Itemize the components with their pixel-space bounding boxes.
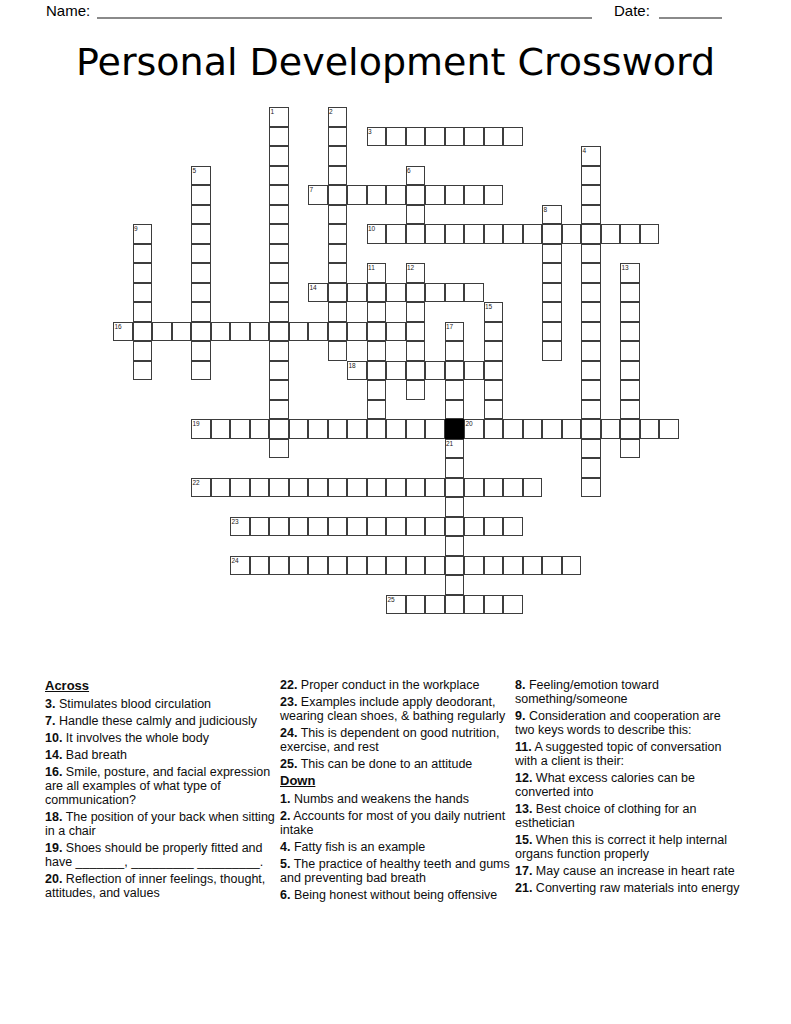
- clue-down-13: 13. Best choice of clothing for an esthe…: [515, 802, 743, 830]
- grid-cell[interactable]: [269, 478, 289, 498]
- clue-down-6: 6. Being honest without being offensive: [280, 888, 513, 902]
- grid-cell[interactable]: [523, 419, 543, 439]
- grid-cell[interactable]: [620, 400, 640, 420]
- grid-cell[interactable]: [367, 185, 387, 205]
- grid-cell[interactable]: [269, 205, 289, 225]
- grid-cell[interactable]: [191, 283, 211, 303]
- grid-cell[interactable]: [503, 556, 523, 576]
- cell-number-23: 23: [232, 518, 239, 525]
- grid-cell[interactable]: [445, 575, 465, 595]
- grid-cell[interactable]: [191, 341, 211, 361]
- grid-cell[interactable]: [211, 419, 231, 439]
- grid-cell[interactable]: [250, 517, 270, 537]
- grid-cell[interactable]: [542, 263, 562, 283]
- grid-cell[interactable]: [542, 224, 562, 244]
- grid-cell[interactable]: [328, 419, 348, 439]
- grid-cell[interactable]: [367, 302, 387, 322]
- grid-cell[interactable]: [269, 400, 289, 420]
- clue-across-22: 22. Proper conduct in the workplace: [280, 678, 513, 692]
- name-label: Name:: [46, 2, 90, 19]
- grid-cell[interactable]: [347, 283, 367, 303]
- grid-cell[interactable]: [445, 185, 465, 205]
- grid-cell[interactable]: [269, 283, 289, 303]
- grid-cell[interactable]: [562, 556, 582, 576]
- grid-cell[interactable]: [581, 419, 601, 439]
- grid-cell[interactable]: [347, 185, 367, 205]
- grid-cell[interactable]: [269, 439, 289, 459]
- grid-cell[interactable]: [484, 400, 504, 420]
- grid-cell[interactable]: [464, 361, 484, 381]
- grid-cell[interactable]: [445, 595, 465, 615]
- black-cell: [445, 419, 465, 439]
- grid-cell[interactable]: [445, 224, 465, 244]
- date-blank-line: [659, 0, 722, 19]
- grid-cell[interactable]: [620, 283, 640, 303]
- cell-number-15: 15: [485, 303, 492, 310]
- grid-cell[interactable]: [367, 400, 387, 420]
- grid-cell[interactable]: [230, 419, 250, 439]
- grid-cell[interactable]: [425, 127, 445, 147]
- grid-cell[interactable]: [464, 224, 484, 244]
- grid-cell[interactable]: [133, 263, 153, 283]
- grid-cell[interactable]: [620, 224, 640, 244]
- grid-cell[interactable]: [425, 595, 445, 615]
- grid-cell[interactable]: [542, 322, 562, 342]
- clue-down-2: 2. Accounts for most of you daily nutrie…: [280, 809, 513, 837]
- grid-cell[interactable]: [191, 205, 211, 225]
- grid-cell[interactable]: [328, 166, 348, 186]
- grid-cell[interactable]: [425, 283, 445, 303]
- grid-cell[interactable]: [620, 322, 640, 342]
- clue-down-9: 9. Consideration and cooperation are two…: [515, 709, 743, 737]
- cell-number-1: 1: [271, 108, 275, 115]
- grid-cell[interactable]: [328, 127, 348, 147]
- grid-cell[interactable]: [347, 556, 367, 576]
- grid-cell[interactable]: [328, 283, 348, 303]
- grid-cell[interactable]: [406, 341, 426, 361]
- grid-cell[interactable]: [133, 341, 153, 361]
- grid-cell[interactable]: [464, 478, 484, 498]
- grid-cell[interactable]: [581, 341, 601, 361]
- grid-cell[interactable]: [406, 361, 426, 381]
- grid-cell[interactable]: [367, 341, 387, 361]
- grid-cell[interactable]: [191, 263, 211, 283]
- grid-cell[interactable]: [503, 478, 523, 498]
- grid-cell[interactable]: [406, 283, 426, 303]
- grid-cell[interactable]: [484, 322, 504, 342]
- grid-cell[interactable]: [464, 517, 484, 537]
- grid-cell[interactable]: [308, 556, 328, 576]
- grid-cell[interactable]: [386, 419, 406, 439]
- grid-cell[interactable]: [562, 224, 582, 244]
- grid-cell[interactable]: [269, 302, 289, 322]
- grid-cell[interactable]: [191, 224, 211, 244]
- clue-column-1: Across3. Stimulates blood circulation7. …: [45, 678, 278, 903]
- grid-cell[interactable]: [464, 185, 484, 205]
- grid-cell[interactable]: [445, 458, 465, 478]
- grid-cell[interactable]: [445, 380, 465, 400]
- grid-cell[interactable]: [328, 322, 348, 342]
- grid-cell[interactable]: [269, 556, 289, 576]
- grid-cell[interactable]: [328, 517, 348, 537]
- grid-cell[interactable]: [406, 478, 426, 498]
- cell-number-20: 20: [466, 420, 473, 427]
- grid-cell[interactable]: [406, 322, 426, 342]
- cell-number-2: 2: [329, 108, 333, 115]
- grid-cell[interactable]: [289, 517, 309, 537]
- grid-cell[interactable]: [328, 302, 348, 322]
- cell-number-19: 19: [193, 420, 200, 427]
- grid-cell[interactable]: [581, 263, 601, 283]
- worksheet-page: { "header": { "name_label": "Name:", "da…: [0, 0, 791, 1024]
- grid-cell[interactable]: [269, 263, 289, 283]
- clue-across-3: 3. Stimulates blood circulation: [45, 697, 278, 711]
- grid-cell[interactable]: [308, 517, 328, 537]
- grid-cell[interactable]: [328, 224, 348, 244]
- grid-cell[interactable]: [328, 205, 348, 225]
- grid-cell[interactable]: [308, 322, 328, 342]
- grid-cell[interactable]: [445, 536, 465, 556]
- grid-cell[interactable]: [542, 556, 562, 576]
- clue-across-24: 24. This is dependent on good nutrition,…: [280, 726, 513, 754]
- grid-cell[interactable]: [172, 322, 192, 342]
- grid-cell[interactable]: [328, 556, 348, 576]
- grid-cell[interactable]: [269, 419, 289, 439]
- grid-cell[interactable]: [191, 361, 211, 381]
- cell-number-25: 25: [388, 596, 395, 603]
- grid-cell[interactable]: [367, 478, 387, 498]
- date-label: Date:: [614, 2, 650, 19]
- cell-number-10: 10: [368, 225, 375, 232]
- grid-cell[interactable]: [230, 478, 250, 498]
- grid-cell[interactable]: [191, 185, 211, 205]
- grid-cell[interactable]: [386, 556, 406, 576]
- cell-number-24: 24: [232, 557, 239, 564]
- down-heading: Down: [280, 774, 513, 788]
- grid-cell[interactable]: [503, 224, 523, 244]
- grid-cell[interactable]: [328, 263, 348, 283]
- grid-cell[interactable]: [445, 517, 465, 537]
- grid-cell[interactable]: [328, 185, 348, 205]
- cell-number-7: 7: [310, 186, 314, 193]
- grid-cell[interactable]: [484, 517, 504, 537]
- grid-cell[interactable]: [581, 458, 601, 478]
- grid-cell[interactable]: [406, 127, 426, 147]
- cell-number-22: 22: [193, 479, 200, 486]
- name-blank-line: [97, 0, 592, 19]
- grid-cell[interactable]: [386, 224, 406, 244]
- clue-across-10: 10. It involves the whole body: [45, 731, 278, 745]
- grid-cell[interactable]: [367, 556, 387, 576]
- grid-cell[interactable]: [250, 556, 270, 576]
- clue-down-12: 12. What excess calories can be converte…: [515, 771, 743, 799]
- grid-cell[interactable]: [484, 419, 504, 439]
- grid-cell[interactable]: [581, 302, 601, 322]
- grid-cell[interactable]: [269, 146, 289, 166]
- clue-down-15: 15. When this is correct it help interna…: [515, 833, 743, 861]
- cell-number-13: 13: [622, 264, 629, 271]
- grid-cell[interactable]: [620, 302, 640, 322]
- grid-cell[interactable]: [386, 361, 406, 381]
- grid-cell[interactable]: [347, 517, 367, 537]
- grid-cell[interactable]: [328, 341, 348, 361]
- grid-cell[interactable]: [367, 283, 387, 303]
- clue-column-2: 22. Proper conduct in the workplace23. E…: [280, 678, 513, 905]
- grid-cell[interactable]: [211, 478, 231, 498]
- grid-cell[interactable]: [406, 205, 426, 225]
- clue-down-5: 5. The practice of healthy teeth and gum…: [280, 857, 513, 885]
- grid-cell[interactable]: [464, 595, 484, 615]
- grid-cell[interactable]: [581, 322, 601, 342]
- clue-across-18: 18. The position of your back when sitti…: [45, 810, 278, 838]
- grid-cell[interactable]: [620, 361, 640, 381]
- cell-number-6: 6: [407, 167, 411, 174]
- grid-cell[interactable]: [503, 517, 523, 537]
- cell-number-11: 11: [368, 264, 375, 271]
- grid-cell[interactable]: [269, 380, 289, 400]
- grid-cell[interactable]: [269, 244, 289, 264]
- clue-across-7: 7. Handle these calmly and judiciously: [45, 714, 278, 728]
- grid-cell[interactable]: [328, 146, 348, 166]
- clue-across-14: 14. Bad breath: [45, 748, 278, 762]
- clue-down-4: 4. Fatty fish is an example: [280, 840, 513, 854]
- grid-cell[interactable]: [406, 224, 426, 244]
- grid-cell[interactable]: [425, 556, 445, 576]
- grid-cell[interactable]: [191, 244, 211, 264]
- grid-cell[interactable]: [386, 127, 406, 147]
- grid-cell[interactable]: [211, 322, 231, 342]
- clue-column-3: 8. Feeling/emotion toward something/some…: [515, 678, 743, 898]
- grid-cell[interactable]: [503, 419, 523, 439]
- grid-cell[interactable]: [445, 361, 465, 381]
- grid-cell[interactable]: [367, 517, 387, 537]
- grid-cell[interactable]: [581, 205, 601, 225]
- grid-cell[interactable]: [445, 400, 465, 420]
- cell-number-14: 14: [310, 284, 317, 291]
- grid-cell[interactable]: [581, 185, 601, 205]
- grid-cell[interactable]: [230, 322, 250, 342]
- grid-cell[interactable]: [133, 283, 153, 303]
- cell-number-21: 21: [446, 440, 453, 447]
- grid-cell[interactable]: [425, 419, 445, 439]
- grid-cell[interactable]: [425, 517, 445, 537]
- grid-cell[interactable]: [581, 478, 601, 498]
- clue-across-16: 16. Smile, posture, and facial expressio…: [45, 765, 278, 807]
- grid-cell[interactable]: [601, 224, 621, 244]
- grid-cell[interactable]: [464, 556, 484, 576]
- grid-cell[interactable]: [406, 517, 426, 537]
- cell-number-9: 9: [134, 225, 138, 232]
- across-heading: Across: [45, 679, 278, 693]
- grid-cell[interactable]: [659, 419, 679, 439]
- grid-cell[interactable]: [640, 224, 660, 244]
- grid-cell[interactable]: [269, 322, 289, 342]
- grid-cell[interactable]: [640, 419, 660, 439]
- cell-number-16: 16: [115, 323, 122, 330]
- grid-cell[interactable]: [542, 283, 562, 303]
- grid-cell[interactable]: [581, 224, 601, 244]
- clue-across-19: 19. Shoes should be properly fitted and …: [45, 841, 278, 869]
- grid-cell[interactable]: [269, 341, 289, 361]
- grid-cell[interactable]: [386, 478, 406, 498]
- grid-cell[interactable]: [445, 478, 465, 498]
- grid-cell[interactable]: [581, 400, 601, 420]
- grid-cell[interactable]: [484, 380, 504, 400]
- grid-cell[interactable]: [328, 478, 348, 498]
- grid-cell[interactable]: [484, 224, 504, 244]
- grid-cell[interactable]: [425, 361, 445, 381]
- grid-cell[interactable]: [406, 302, 426, 322]
- cell-number-18: 18: [349, 362, 356, 369]
- grid-cell[interactable]: [269, 517, 289, 537]
- grid-cell[interactable]: [289, 478, 309, 498]
- grid-cell[interactable]: [133, 361, 153, 381]
- grid-cell[interactable]: [542, 419, 562, 439]
- grid-cell[interactable]: [191, 302, 211, 322]
- grid-cell[interactable]: [425, 185, 445, 205]
- clue-down-11: 11. A suggested topic of conversation wi…: [515, 740, 743, 768]
- grid-cell[interactable]: [581, 166, 601, 186]
- grid-cell[interactable]: [406, 419, 426, 439]
- grid-cell[interactable]: [406, 595, 426, 615]
- grid-cell[interactable]: [328, 244, 348, 264]
- grid-cell[interactable]: [445, 497, 465, 517]
- grid-cell[interactable]: [523, 224, 543, 244]
- grid-cell[interactable]: [523, 556, 543, 576]
- grid-cell[interactable]: [484, 127, 504, 147]
- grid-cell[interactable]: [347, 478, 367, 498]
- grid-cell[interactable]: [133, 302, 153, 322]
- grid-cell[interactable]: [367, 322, 387, 342]
- grid-cell[interactable]: [406, 556, 426, 576]
- page-title: Personal Development Crossword: [0, 40, 791, 84]
- grid-cell[interactable]: [269, 127, 289, 147]
- clue-down-8: 8. Feeling/emotion toward something/some…: [515, 678, 743, 706]
- grid-cell[interactable]: [133, 244, 153, 264]
- grid-cell[interactable]: [503, 127, 523, 147]
- grid-cell[interactable]: [484, 595, 504, 615]
- grid-cell[interactable]: [542, 341, 562, 361]
- grid-cell[interactable]: [308, 478, 328, 498]
- grid-cell[interactable]: [191, 322, 211, 342]
- grid-cell[interactable]: [347, 419, 367, 439]
- grid-cell[interactable]: [347, 322, 367, 342]
- grid-cell[interactable]: [620, 341, 640, 361]
- clue-across-20: 20. Reflection of inner feelings, though…: [45, 872, 278, 900]
- grid-cell[interactable]: [386, 517, 406, 537]
- grid-cell[interactable]: [542, 244, 562, 264]
- grid-cell[interactable]: [133, 322, 153, 342]
- grid-cell[interactable]: [620, 380, 640, 400]
- grid-cell[interactable]: [386, 185, 406, 205]
- grid-cell[interactable]: [581, 283, 601, 303]
- clue-down-17: 17. May cause an increase in heart rate: [515, 864, 743, 878]
- grid-cell[interactable]: [425, 478, 445, 498]
- grid-cell[interactable]: [581, 380, 601, 400]
- clue-down-1: 1. Numbs and weakens the hands: [280, 792, 513, 806]
- cell-number-8: 8: [544, 206, 548, 213]
- grid-cell[interactable]: [269, 361, 289, 381]
- grid-cell[interactable]: [445, 341, 465, 361]
- grid-cell[interactable]: [484, 478, 504, 498]
- grid-cell[interactable]: [289, 419, 309, 439]
- grid-cell[interactable]: [289, 322, 309, 342]
- grid-cell[interactable]: [581, 439, 601, 459]
- clue-across-23: 23. Examples include apply deodorant, we…: [280, 695, 513, 723]
- grid-cell[interactable]: [386, 322, 406, 342]
- grid-cell[interactable]: [484, 361, 504, 381]
- grid-cell[interactable]: [542, 302, 562, 322]
- grid-cell[interactable]: [484, 556, 504, 576]
- clue-across-25: 25. This can be done to an attitude: [280, 757, 513, 771]
- grid-cell[interactable]: [425, 224, 445, 244]
- grid-cell[interactable]: [620, 439, 640, 459]
- grid-cell[interactable]: [562, 419, 582, 439]
- crossword-grid: 1234567891011121314151617181920212223242…: [113, 107, 679, 615]
- grid-cell[interactable]: [269, 224, 289, 244]
- grid-cell[interactable]: [581, 244, 601, 264]
- grid-cell[interactable]: [308, 419, 328, 439]
- grid-cell[interactable]: [269, 166, 289, 186]
- grid-cell[interactable]: [386, 283, 406, 303]
- grid-cell[interactable]: [250, 478, 270, 498]
- grid-cell[interactable]: [289, 556, 309, 576]
- grid-cell[interactable]: [445, 127, 465, 147]
- grid-cell[interactable]: [250, 322, 270, 342]
- grid-cell[interactable]: [152, 322, 172, 342]
- grid-cell[interactable]: [581, 361, 601, 381]
- grid-cell[interactable]: [601, 419, 621, 439]
- cell-number-3: 3: [368, 128, 372, 135]
- cell-number-17: 17: [446, 323, 453, 330]
- cell-number-4: 4: [583, 147, 587, 154]
- grid-cell[interactable]: [445, 556, 465, 576]
- grid-cell[interactable]: [620, 419, 640, 439]
- grid-cell[interactable]: [445, 283, 465, 303]
- cell-number-5: 5: [193, 167, 197, 174]
- grid-cell[interactable]: [269, 185, 289, 205]
- grid-cell[interactable]: [523, 478, 543, 498]
- grid-cell[interactable]: [464, 127, 484, 147]
- grid-cell[interactable]: [367, 361, 387, 381]
- grid-cell[interactable]: [406, 380, 426, 400]
- grid-cell[interactable]: [484, 185, 504, 205]
- grid-cell[interactable]: [464, 283, 484, 303]
- grid-cell[interactable]: [367, 419, 387, 439]
- grid-cell[interactable]: [406, 185, 426, 205]
- grid-cell[interactable]: [250, 419, 270, 439]
- grid-cell[interactable]: [484, 341, 504, 361]
- clue-down-21: 21. Converting raw materials into energy: [515, 881, 743, 895]
- grid-cell[interactable]: [503, 595, 523, 615]
- cell-number-12: 12: [407, 264, 414, 271]
- grid-cell[interactable]: [367, 380, 387, 400]
